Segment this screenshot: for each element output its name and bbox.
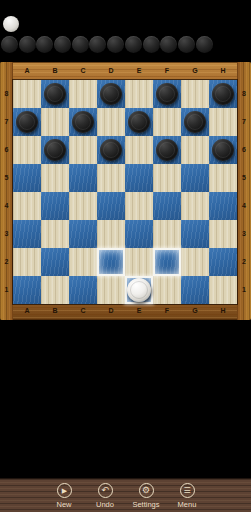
white-piece[interactable] <box>127 278 151 302</box>
rank-label: 1 <box>237 276 251 304</box>
file-label: F <box>153 62 181 80</box>
file-label: C <box>69 304 97 320</box>
square-f3[interactable] <box>153 220 181 248</box>
square-a5[interactable] <box>13 164 41 192</box>
black-piece[interactable] <box>72 111 94 133</box>
rank-label: 7 <box>0 108 13 136</box>
square-a8[interactable] <box>13 80 41 108</box>
toolbar-button-label: Undo <box>96 500 114 509</box>
black-tray-piece <box>196 36 213 53</box>
black-tray-piece <box>54 36 71 53</box>
black-piece[interactable] <box>16 111 38 133</box>
square-g5[interactable] <box>181 164 209 192</box>
undo-button[interactable]: ↶Undo <box>85 483 125 509</box>
app-screen: ABCDEFGH ABCDEFGH 87654321 87654321 ▶New… <box>0 0 251 512</box>
square-f8[interactable] <box>153 80 181 108</box>
square-f5[interactable] <box>153 164 181 192</box>
undo-icon-glyph: ↶ <box>101 486 109 495</box>
square-d8[interactable] <box>97 80 125 108</box>
menu-button[interactable]: ☰Menu <box>167 483 207 509</box>
white-piece-tray <box>3 16 19 32</box>
bottom-toolbar: ▶New↶Undo⚙Settings☰Menu <box>0 478 251 512</box>
rank-label: 7 <box>237 108 251 136</box>
square-c6[interactable] <box>69 136 97 164</box>
black-piece-tray <box>1 36 213 53</box>
black-tray-piece <box>1 36 18 53</box>
rank-label: 2 <box>0 248 13 276</box>
square-c3[interactable] <box>69 220 97 248</box>
toolbar-button-label: Settings <box>132 500 159 509</box>
black-tray-piece <box>178 36 195 53</box>
square-f7[interactable] <box>153 108 181 136</box>
square-f2[interactable] <box>153 248 181 276</box>
rank-label: 5 <box>237 164 251 192</box>
square-a4[interactable] <box>13 192 41 220</box>
square-b2[interactable] <box>41 248 69 276</box>
file-label: F <box>153 304 181 320</box>
rank-label: 6 <box>0 136 13 164</box>
square-h4[interactable] <box>209 192 237 220</box>
square-g1[interactable] <box>181 276 209 304</box>
square-h6[interactable] <box>209 136 237 164</box>
black-piece[interactable] <box>212 83 234 105</box>
checkers-board: ABCDEFGH ABCDEFGH 87654321 87654321 <box>0 62 251 320</box>
square-h2[interactable] <box>209 248 237 276</box>
square-e7[interactable] <box>125 108 153 136</box>
square-b4[interactable] <box>41 192 69 220</box>
rank-label: 3 <box>0 220 13 248</box>
white-tray-piece <box>3 16 19 32</box>
black-piece[interactable] <box>100 83 122 105</box>
square-f1[interactable] <box>153 276 181 304</box>
file-label: D <box>97 62 125 80</box>
gear-icon-glyph: ⚙ <box>142 486 150 495</box>
rank-label: 8 <box>0 80 13 108</box>
rank-label: 1 <box>0 276 13 304</box>
square-h7[interactable] <box>209 108 237 136</box>
file-labels-top: ABCDEFGH <box>13 62 237 80</box>
black-tray-piece <box>107 36 124 53</box>
square-e1[interactable] <box>125 276 153 304</box>
black-tray-piece <box>19 36 36 53</box>
undo-icon: ↶ <box>98 483 113 498</box>
square-b1[interactable] <box>41 276 69 304</box>
square-a3[interactable] <box>13 220 41 248</box>
rank-labels-right: 87654321 <box>237 80 251 304</box>
file-label: G <box>181 304 209 320</box>
black-piece[interactable] <box>184 111 206 133</box>
square-c1[interactable] <box>69 276 97 304</box>
black-piece[interactable] <box>100 139 122 161</box>
file-label: H <box>209 62 237 80</box>
square-g2[interactable] <box>181 248 209 276</box>
toolbar-button-label: Menu <box>178 500 197 509</box>
square-c2[interactable] <box>69 248 97 276</box>
new-button[interactable]: ▶New <box>44 483 84 509</box>
square-b5[interactable] <box>41 164 69 192</box>
square-h5[interactable] <box>209 164 237 192</box>
square-a7[interactable] <box>13 108 41 136</box>
black-piece[interactable] <box>156 139 178 161</box>
square-g6[interactable] <box>181 136 209 164</box>
black-tray-piece <box>125 36 142 53</box>
square-d3[interactable] <box>97 220 125 248</box>
rank-label: 4 <box>0 192 13 220</box>
file-label: E <box>125 304 153 320</box>
square-g7[interactable] <box>181 108 209 136</box>
square-d2[interactable] <box>97 248 125 276</box>
play-icon-glyph: ▶ <box>61 487 67 494</box>
rank-labels-left: 87654321 <box>0 80 13 304</box>
square-a6[interactable] <box>13 136 41 164</box>
file-labels-bottom: ABCDEFGH <box>13 304 237 320</box>
rank-label: 5 <box>0 164 13 192</box>
square-g3[interactable] <box>181 220 209 248</box>
square-h8[interactable] <box>209 80 237 108</box>
square-d4[interactable] <box>97 192 125 220</box>
square-b8[interactable] <box>41 80 69 108</box>
black-tray-piece <box>36 36 53 53</box>
black-piece[interactable] <box>212 139 234 161</box>
square-a1[interactable] <box>13 276 41 304</box>
file-label: C <box>69 62 97 80</box>
square-a2[interactable] <box>13 248 41 276</box>
square-d7[interactable] <box>97 108 125 136</box>
square-b6[interactable] <box>41 136 69 164</box>
black-piece[interactable] <box>128 111 150 133</box>
square-c5[interactable] <box>69 164 97 192</box>
square-h3[interactable] <box>209 220 237 248</box>
black-piece[interactable] <box>44 83 66 105</box>
rank-label: 6 <box>237 136 251 164</box>
file-label: G <box>181 62 209 80</box>
square-b3[interactable] <box>41 220 69 248</box>
square-f4[interactable] <box>153 192 181 220</box>
black-piece[interactable] <box>156 83 178 105</box>
board-grid <box>13 80 237 304</box>
square-e5[interactable] <box>125 164 153 192</box>
black-tray-piece <box>72 36 89 53</box>
file-label: A <box>13 304 41 320</box>
square-e6[interactable] <box>125 136 153 164</box>
black-tray-piece <box>160 36 177 53</box>
file-label: B <box>41 62 69 80</box>
square-h1[interactable] <box>209 276 237 304</box>
toolbar-buttons: ▶New↶Undo⚙Settings☰Menu <box>44 483 207 509</box>
file-label: B <box>41 304 69 320</box>
menu-icon-glyph: ☰ <box>183 487 190 495</box>
square-e4[interactable] <box>125 192 153 220</box>
square-b7[interactable] <box>41 108 69 136</box>
square-d6[interactable] <box>97 136 125 164</box>
black-tray-piece <box>143 36 160 53</box>
file-label: A <box>13 62 41 80</box>
square-e8[interactable] <box>125 80 153 108</box>
square-f6[interactable] <box>153 136 181 164</box>
square-c7[interactable] <box>69 108 97 136</box>
settings-button[interactable]: ⚙Settings <box>126 483 166 509</box>
menu-icon: ☰ <box>180 483 195 498</box>
square-e2[interactable] <box>125 248 153 276</box>
rank-label: 4 <box>237 192 251 220</box>
rank-label: 8 <box>237 80 251 108</box>
rank-label: 2 <box>237 248 251 276</box>
square-d1[interactable] <box>97 276 125 304</box>
square-c4[interactable] <box>69 192 97 220</box>
square-g4[interactable] <box>181 192 209 220</box>
square-g8[interactable] <box>181 80 209 108</box>
square-c8[interactable] <box>69 80 97 108</box>
square-e3[interactable] <box>125 220 153 248</box>
toolbar-button-label: New <box>56 500 71 509</box>
black-tray-piece <box>89 36 106 53</box>
file-label: H <box>209 304 237 320</box>
play-icon: ▶ <box>57 483 72 498</box>
square-d5[interactable] <box>97 164 125 192</box>
file-label: D <box>97 304 125 320</box>
gear-icon: ⚙ <box>139 483 154 498</box>
black-piece[interactable] <box>44 139 66 161</box>
file-label: E <box>125 62 153 80</box>
rank-label: 3 <box>237 220 251 248</box>
